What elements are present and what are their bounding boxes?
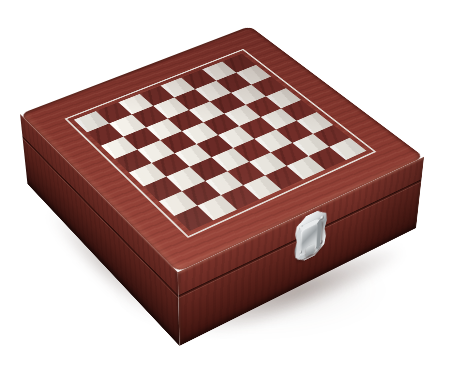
board-square (101, 136, 138, 159)
board-square (287, 156, 325, 179)
board-square (233, 139, 270, 162)
board-square (152, 153, 189, 176)
board-square (205, 171, 243, 195)
board-square (329, 138, 367, 161)
board-square (265, 166, 303, 190)
board-square (197, 195, 236, 220)
board-square (189, 157, 227, 180)
board-square (167, 167, 205, 191)
board-square (174, 205, 213, 231)
board-square (243, 175, 282, 199)
board-square (292, 134, 329, 156)
board-square (220, 185, 259, 210)
board-square (159, 191, 198, 216)
board-square (308, 147, 346, 170)
board-square (196, 135, 233, 157)
board-square (211, 148, 248, 171)
board-square (227, 162, 265, 186)
board-square (249, 152, 287, 175)
board-square (115, 149, 152, 172)
board-square (174, 144, 211, 167)
board-square (270, 143, 307, 166)
chess-box (20, 26, 424, 272)
board-square (182, 181, 221, 205)
clasp-hook (295, 217, 322, 263)
board-square (144, 177, 182, 201)
board-square (129, 163, 167, 187)
board-square (137, 140, 174, 163)
clasp-latch (294, 206, 328, 266)
product-photo (0, 0, 450, 375)
